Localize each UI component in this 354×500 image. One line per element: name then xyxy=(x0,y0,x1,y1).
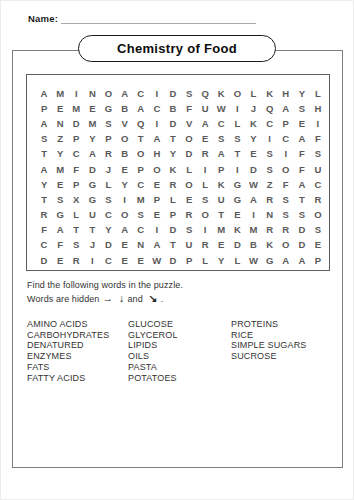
grid-cell: S xyxy=(283,195,289,205)
grid-cell: B xyxy=(250,240,257,250)
grid-cell: A xyxy=(121,89,128,99)
grid-cell: U xyxy=(202,104,209,114)
grid-cell: S xyxy=(73,240,79,250)
grid-cell: T xyxy=(170,240,176,250)
grid-cell: M xyxy=(56,89,64,99)
grid-cell: G xyxy=(105,104,112,114)
grid-cell: D xyxy=(105,240,112,250)
grid-cell: I xyxy=(284,149,287,159)
grid-cell: D xyxy=(169,89,176,99)
grid-cell: Y xyxy=(105,225,111,235)
word-item: RICE xyxy=(231,330,306,341)
grid-cell: I xyxy=(156,119,159,129)
title-pill: Chemistry of Food xyxy=(78,35,276,62)
grid-cell: I xyxy=(268,134,271,144)
grid-cell: S xyxy=(138,210,144,220)
name-row: Name: xyxy=(28,12,256,24)
grid-cell: N xyxy=(137,240,144,250)
grid-cell: K xyxy=(250,119,257,129)
word-item: SIMPLE SUGARS xyxy=(231,340,306,351)
grid-cell: O xyxy=(282,240,289,250)
grid-cell: D xyxy=(73,119,80,129)
grid-cell: A xyxy=(121,225,128,235)
grid-cell: R xyxy=(202,149,209,159)
grid-cell: M xyxy=(72,104,80,114)
grid-cell: E xyxy=(57,104,63,114)
grid-cell: C xyxy=(105,210,112,220)
grid-cell: P xyxy=(41,104,47,114)
word-item: FATTY ACIDS xyxy=(27,373,128,384)
arrow-right-icon: → xyxy=(102,292,113,304)
grid-cell: O xyxy=(185,180,192,190)
grid-cell: Y xyxy=(250,134,256,144)
grid-cell: S xyxy=(283,210,289,220)
grid-cell: S xyxy=(105,195,111,205)
grid-cell: K xyxy=(169,165,176,175)
grid-cell: A xyxy=(137,104,144,114)
grid-cell: L xyxy=(202,256,208,266)
grid-cell: E xyxy=(250,149,256,159)
grid-cell: C xyxy=(266,119,273,129)
grid-cell: A xyxy=(250,195,257,205)
grid-cell: A xyxy=(298,134,305,144)
grid-cell: G xyxy=(89,180,96,190)
grid-cell: F xyxy=(315,134,321,144)
word-list: AMINO ACIDSCARBOHYDRATESDENATUREDENZYMES… xyxy=(27,319,306,383)
letter-grid: AMINOACIDSQKOLKHYLPEMEGBACBFUWIJQASHANDM… xyxy=(36,86,326,268)
arrow-diagonal-icon: ↘ xyxy=(149,292,158,304)
grid-cell: S xyxy=(315,225,321,235)
instructions-line2-and: and xyxy=(127,294,142,304)
word-item: DENATURED xyxy=(27,340,128,351)
grid-cell: O xyxy=(121,134,128,144)
grid-cell: S xyxy=(57,195,63,205)
grid-cell: Q xyxy=(201,89,208,99)
grid-cell: D xyxy=(250,165,257,175)
grid-cell: J xyxy=(251,104,256,114)
grid-cell: C xyxy=(41,240,48,250)
grid-cell: O xyxy=(121,210,128,220)
grid-cell: E xyxy=(154,180,160,190)
grid-cell: E xyxy=(57,180,63,190)
grid-cell: O xyxy=(201,210,208,220)
grid-cell: K xyxy=(266,240,273,250)
grid-cell: C xyxy=(137,89,144,99)
grid-cell: T xyxy=(41,149,47,159)
grid-cell: E xyxy=(315,240,321,250)
grid-cell: I xyxy=(75,89,78,99)
grid-cell: P xyxy=(73,134,79,144)
grid-cell: W xyxy=(217,104,226,114)
word-item: PROTEINS xyxy=(231,319,306,330)
grid-cell: Q xyxy=(266,104,273,114)
word-item: OILS xyxy=(128,351,231,362)
grid-cell: I xyxy=(204,165,207,175)
grid-cell: Y xyxy=(121,180,127,190)
instructions-line2-period: . xyxy=(161,294,164,304)
grid-cell: Z xyxy=(57,134,63,144)
grid-cell: I xyxy=(91,256,94,266)
grid-cell: Y xyxy=(57,149,63,159)
grid-cell: W xyxy=(152,256,161,266)
grid-cell: N xyxy=(57,119,64,129)
grid-cell: Y xyxy=(299,89,305,99)
grid-cell: E xyxy=(186,195,192,205)
grid-cell: P xyxy=(73,180,79,190)
grid-cell: Y xyxy=(218,256,224,266)
grid-cell: U xyxy=(218,195,225,205)
word-item: LIPIDS xyxy=(128,340,231,351)
grid-cell: I xyxy=(204,225,207,235)
grid-cell: M xyxy=(217,225,225,235)
grid-cell: W xyxy=(249,180,258,190)
grid-cell: P xyxy=(218,165,224,175)
grid-cell: A xyxy=(153,134,160,144)
grid-cell: K xyxy=(266,89,273,99)
grid-cell: D xyxy=(169,256,176,266)
grid-cell: S xyxy=(299,104,305,114)
grid-cell: A xyxy=(202,119,209,129)
grid-cell: G xyxy=(234,195,241,205)
grid-cell: E xyxy=(89,104,95,114)
grid-cell: D xyxy=(298,240,305,250)
grid-cell: C xyxy=(314,180,321,190)
grid-cell: E xyxy=(121,256,127,266)
grid-cell: A xyxy=(89,149,96,159)
grid-cell: D xyxy=(169,119,176,129)
grid-cell: L xyxy=(234,256,240,266)
name-label: Name: xyxy=(28,13,58,24)
worksheet-page: Name: Chemistry of Food AMINOACIDSQKOLKH… xyxy=(0,0,354,500)
grid-cell: F xyxy=(73,165,79,175)
grid-cell: U xyxy=(89,210,96,220)
word-item: POTATOES xyxy=(128,373,231,384)
grid-cell: O xyxy=(282,165,289,175)
grid-cell: C xyxy=(137,180,144,190)
grid-cell: R xyxy=(266,225,273,235)
grid-cell: D xyxy=(186,149,193,159)
grid-cell: L xyxy=(251,89,257,99)
grid-cell: R xyxy=(202,240,209,250)
word-item: ENZYMES xyxy=(27,351,128,362)
grid-cell: E xyxy=(57,256,63,266)
grid-cell: S xyxy=(186,225,192,235)
grid-cell: L xyxy=(186,165,192,175)
grid-cell: D xyxy=(89,165,96,175)
grid-cell: C xyxy=(218,119,225,129)
grid-cell: I xyxy=(252,210,255,220)
grid-cell: F xyxy=(283,180,289,190)
grid-cell: O xyxy=(185,134,192,144)
grid-cell: I xyxy=(236,165,239,175)
grid-cell: K xyxy=(234,225,241,235)
grid-cell: L xyxy=(106,180,112,190)
grid-cell: F xyxy=(41,225,47,235)
word-item: FATS xyxy=(27,362,128,373)
grid-cell: P xyxy=(283,119,289,129)
instructions-line2: Words are hidden→↓and↘. xyxy=(27,292,183,306)
word-list-column-3: PROTEINSRICESIMPLE SUGARSSUCROSE xyxy=(231,319,306,383)
grid-cell: A xyxy=(41,119,48,129)
word-item: GLUCOSE xyxy=(128,319,231,330)
grid-cell: G xyxy=(234,180,241,190)
grid-cell: S xyxy=(41,134,47,144)
arrow-down-icon: ↓ xyxy=(119,292,124,304)
grid-cell: T xyxy=(218,210,224,220)
grid-cell: Q xyxy=(137,119,144,129)
grid-cell: S xyxy=(186,89,192,99)
grid-cell: B xyxy=(169,104,176,114)
grid-cell: G xyxy=(56,210,63,220)
grid-cell: A xyxy=(153,240,160,250)
page-title: Chemistry of Food xyxy=(117,41,237,56)
grid-cell: A xyxy=(298,180,305,190)
grid-cell: J xyxy=(90,240,95,250)
grid-cell: S xyxy=(266,149,272,159)
grid-cell: R xyxy=(73,256,80,266)
grid-cell: F xyxy=(299,165,305,175)
grid-cell: D xyxy=(234,240,241,250)
grid-cell: T xyxy=(89,225,95,235)
grid-cell: I xyxy=(156,225,159,235)
grid-cell: P xyxy=(138,165,144,175)
grid-cell: B xyxy=(121,149,128,159)
grid-cell: F xyxy=(299,149,305,159)
grid-cell: U xyxy=(314,165,321,175)
grid-cell: M xyxy=(137,195,145,205)
grid-cell: T xyxy=(234,149,240,159)
grid-cell: S xyxy=(202,195,208,205)
word-item: PASTA xyxy=(128,362,231,373)
grid-cell: E xyxy=(202,134,208,144)
grid-cell: B xyxy=(121,104,128,114)
grid-cell: A xyxy=(41,165,48,175)
grid-cell: R xyxy=(282,225,289,235)
grid-cell: F xyxy=(57,240,63,250)
grid-cell: S xyxy=(299,210,305,220)
word-item: GLYCEROL xyxy=(128,330,231,341)
grid-cell: S xyxy=(218,134,224,144)
grid-cell: E xyxy=(121,165,127,175)
grid-cell: E xyxy=(218,240,224,250)
grid-cell: E xyxy=(121,240,127,250)
grid-cell: O xyxy=(234,89,241,99)
grid-cell: Y xyxy=(89,134,95,144)
grid-cell: A xyxy=(298,256,305,266)
grid-cell: T xyxy=(138,134,144,144)
grid-cell: A xyxy=(57,225,64,235)
grid-cell: I xyxy=(236,104,239,114)
grid-cell: A xyxy=(41,89,48,99)
grid-cell: J xyxy=(106,165,111,175)
instructions-line2-prefix: Words are hidden xyxy=(27,294,99,304)
grid-cell: E xyxy=(299,119,305,129)
grid-cell: T xyxy=(299,195,305,205)
grid-cell: P xyxy=(154,195,160,205)
grid-cell: N xyxy=(89,89,96,99)
word-item: SUCROSE xyxy=(231,351,306,362)
word-list-column-2: GLUCOSEGLYCEROLLIPIDSOILSPASTAPOTATOES xyxy=(128,319,231,383)
instructions: Find the following words in the puzzle. … xyxy=(27,279,183,305)
grid-cell: Z xyxy=(267,180,273,190)
grid-cell: U xyxy=(186,240,193,250)
grid-cell: L xyxy=(315,89,321,99)
grid-cell: T xyxy=(170,134,176,144)
grid-cell: Y xyxy=(170,149,176,159)
grid-cell: H xyxy=(153,149,160,159)
grid-cell: R xyxy=(186,210,193,220)
grid-cell: G xyxy=(266,256,273,266)
grid-cell: K xyxy=(218,89,225,99)
grid-cell: O xyxy=(153,165,160,175)
grid-cell: Y xyxy=(41,180,47,190)
grid-cell: D xyxy=(298,225,305,235)
grid-cell: N xyxy=(266,210,273,220)
grid-cell: I xyxy=(123,195,126,205)
grid-cell: V xyxy=(186,119,192,129)
grid-cell: M xyxy=(88,119,96,129)
grid-cell: E xyxy=(234,210,240,220)
grid-cell: R xyxy=(169,180,176,190)
grid-cell: H xyxy=(282,89,289,99)
grid-cell: O xyxy=(137,149,144,159)
name-underline xyxy=(61,12,256,24)
grid-cell: S xyxy=(266,165,272,175)
grid-cell: R xyxy=(266,195,273,205)
grid-cell: M xyxy=(56,165,64,175)
grid-cell: O xyxy=(105,89,112,99)
grid-cell: D xyxy=(41,256,48,266)
grid-cell: S xyxy=(105,119,111,129)
grid-cell: A xyxy=(282,256,289,266)
grid-cell: V xyxy=(121,119,127,129)
grid-cell: C xyxy=(73,149,80,159)
grid-cell: R xyxy=(314,195,321,205)
grid-cell: P xyxy=(186,256,192,266)
grid-cell: T xyxy=(73,225,79,235)
grid-cell: L xyxy=(73,210,79,220)
grid-cell: C xyxy=(282,134,289,144)
grid-cell: P xyxy=(105,134,111,144)
grid-cell: K xyxy=(218,180,225,190)
grid-cell: S xyxy=(234,134,240,144)
grid-cell: F xyxy=(186,104,192,114)
grid-cell: L xyxy=(170,195,176,205)
grid-cell: H xyxy=(314,104,321,114)
grid-cell: P xyxy=(315,256,321,266)
grid-cell: A xyxy=(282,104,289,114)
word-list-column-1: AMINO ACIDSCARBOHYDRATESDENATUREDENZYMES… xyxy=(27,319,128,383)
grid-cell: E xyxy=(138,256,144,266)
grid-cell: I xyxy=(317,119,320,129)
grid-cell: L xyxy=(234,119,240,129)
grid-cell: D xyxy=(169,225,176,235)
grid-cell: A xyxy=(218,149,225,159)
grid-cell: M xyxy=(250,225,258,235)
word-item: CARBOHYDRATES xyxy=(27,330,128,341)
grid-cell: C xyxy=(137,225,144,235)
puzzle-grid-box: AMINOACIDSQKOLKHYLPEMEGBACBFUWIJQASHANDM… xyxy=(26,74,330,271)
grid-cell: G xyxy=(89,195,96,205)
grid-cell: P xyxy=(170,210,176,220)
instructions-line1: Find the following words in the puzzle. xyxy=(27,279,183,292)
grid-cell: L xyxy=(202,180,208,190)
grid-cell: R xyxy=(105,149,112,159)
grid-cell: S xyxy=(315,149,321,159)
grid-cell: R xyxy=(41,210,48,220)
grid-cell: I xyxy=(156,89,159,99)
grid-cell: O xyxy=(314,210,321,220)
grid-cell: C xyxy=(105,256,112,266)
word-item: AMINO ACIDS xyxy=(27,319,128,330)
grid-cell: X xyxy=(73,195,79,205)
grid-cell: C xyxy=(153,104,160,114)
grid-cell: E xyxy=(154,210,160,220)
grid-cell: T xyxy=(41,195,47,205)
grid-cell: W xyxy=(249,256,258,266)
